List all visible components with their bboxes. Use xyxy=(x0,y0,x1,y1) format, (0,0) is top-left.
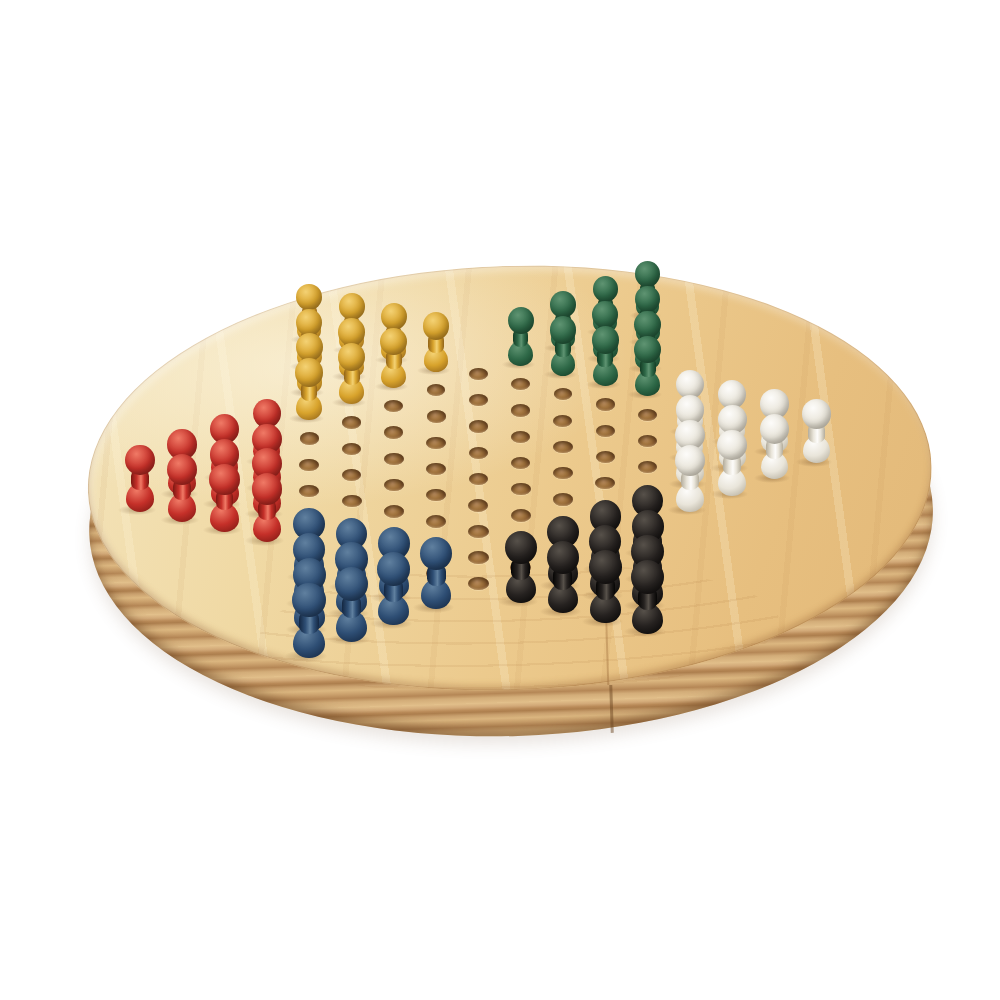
peg-white[interactable] xyxy=(759,414,791,479)
peg-head xyxy=(635,286,661,313)
board-hole[interactable] xyxy=(468,499,488,512)
peg-head xyxy=(380,328,407,356)
board-hole[interactable] xyxy=(342,416,361,428)
peg-yellow[interactable] xyxy=(294,358,324,420)
peg-head xyxy=(125,445,155,476)
board-hole[interactable] xyxy=(384,505,404,518)
board-hole[interactable] xyxy=(426,463,446,476)
board-hole[interactable] xyxy=(469,473,489,486)
peg-head xyxy=(508,307,534,334)
peg-red[interactable] xyxy=(208,464,241,532)
board-hole[interactable] xyxy=(596,398,615,410)
peg-head xyxy=(675,445,705,476)
peg-head xyxy=(802,399,831,429)
board-hole[interactable] xyxy=(342,495,362,508)
peg-head xyxy=(338,343,365,371)
board-hole[interactable] xyxy=(426,515,446,528)
board-hole[interactable] xyxy=(299,459,319,472)
peg-white[interactable] xyxy=(801,399,832,463)
board-hole[interactable] xyxy=(426,489,446,502)
peg-green[interactable] xyxy=(549,316,578,376)
board-hole[interactable] xyxy=(342,443,361,456)
board-hole[interactable] xyxy=(511,404,530,416)
board-hole[interactable] xyxy=(553,415,572,427)
board-hole[interactable] xyxy=(511,457,531,470)
board-hole[interactable] xyxy=(638,435,657,447)
board-hole[interactable] xyxy=(468,525,488,538)
peg-yellow[interactable] xyxy=(379,328,408,388)
board-hole[interactable] xyxy=(553,493,573,506)
board-hole[interactable] xyxy=(511,509,531,522)
board-hole[interactable] xyxy=(595,477,615,490)
peg-head xyxy=(335,567,368,601)
board-hole[interactable] xyxy=(342,469,362,482)
peg-head xyxy=(339,293,365,320)
peg-yellow[interactable] xyxy=(337,343,367,404)
peg-head xyxy=(717,430,747,460)
peg-head xyxy=(377,552,410,586)
board-hole[interactable] xyxy=(553,441,572,454)
board-hole[interactable] xyxy=(596,451,616,464)
board-hole[interactable] xyxy=(596,425,615,437)
peg-head xyxy=(634,336,661,364)
peg-head xyxy=(209,464,239,495)
board-hole[interactable] xyxy=(469,447,489,460)
board-hole[interactable] xyxy=(638,409,657,421)
peg-head xyxy=(550,291,576,318)
peg-black[interactable] xyxy=(545,541,580,614)
peg-head xyxy=(550,316,577,343)
peg-head xyxy=(631,560,664,594)
peg-green[interactable] xyxy=(591,326,620,386)
peg-red[interactable] xyxy=(166,454,199,522)
peg-blue[interactable] xyxy=(419,537,454,610)
peg-black[interactable] xyxy=(588,550,624,623)
board-hole[interactable] xyxy=(384,453,404,466)
peg-blue[interactable] xyxy=(334,567,370,641)
board-hole[interactable] xyxy=(553,467,573,480)
peg-black[interactable] xyxy=(503,531,538,603)
peg-black[interactable] xyxy=(630,560,666,634)
peg-blue[interactable] xyxy=(291,583,328,658)
peg-head xyxy=(381,303,407,330)
peg-head xyxy=(295,358,323,387)
board-hole[interactable] xyxy=(468,551,489,564)
photo-backdrop xyxy=(0,0,1000,1000)
peg-head xyxy=(423,312,449,339)
board-hole[interactable] xyxy=(511,378,530,390)
peg-head xyxy=(292,583,326,618)
board-hole[interactable] xyxy=(469,368,488,380)
peg-blue[interactable] xyxy=(376,552,412,625)
peg-red[interactable] xyxy=(124,445,157,512)
board-hole[interactable] xyxy=(426,437,445,449)
peg-head xyxy=(589,550,622,584)
board-hole[interactable] xyxy=(469,420,488,432)
board-hole[interactable] xyxy=(299,485,319,498)
peg-head xyxy=(296,333,323,361)
board-hole[interactable] xyxy=(511,431,530,443)
peg-white[interactable] xyxy=(674,445,707,512)
board-hole[interactable] xyxy=(384,479,404,492)
board-hole[interactable] xyxy=(300,432,319,444)
peg-head xyxy=(167,454,197,485)
board-hole[interactable] xyxy=(384,426,403,438)
pieces-layer xyxy=(0,0,1000,1000)
board-hole[interactable] xyxy=(468,577,489,590)
board-hole[interactable] xyxy=(511,483,531,496)
peg-green[interactable] xyxy=(633,336,663,397)
peg-head xyxy=(505,531,537,564)
peg-head xyxy=(592,326,619,354)
board-hole[interactable] xyxy=(638,461,658,474)
board-hole[interactable] xyxy=(469,394,488,406)
board-hole[interactable] xyxy=(384,400,403,412)
peg-head xyxy=(593,276,619,302)
peg-head xyxy=(296,284,322,310)
peg-head xyxy=(760,414,789,444)
peg-green[interactable] xyxy=(506,307,535,366)
board-hole[interactable] xyxy=(427,410,446,422)
peg-head xyxy=(420,537,452,570)
peg-head xyxy=(592,301,618,328)
peg-head xyxy=(252,473,283,505)
peg-head xyxy=(635,261,660,287)
peg-red[interactable] xyxy=(250,473,283,542)
peg-head xyxy=(338,318,365,345)
board-hole[interactable] xyxy=(427,384,446,396)
peg-head xyxy=(547,541,579,574)
board-hole[interactable] xyxy=(554,388,573,400)
peg-head xyxy=(634,311,660,338)
peg-head xyxy=(296,309,322,336)
peg-yellow[interactable] xyxy=(422,312,451,371)
peg-white[interactable] xyxy=(716,430,748,496)
